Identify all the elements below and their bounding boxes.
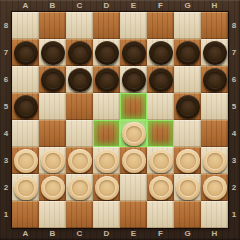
- square-c1[interactable]: [66, 201, 93, 228]
- rank-label: 4: [228, 120, 240, 147]
- piece-dark-d7[interactable]: [95, 41, 119, 65]
- piece-light-h3[interactable]: [203, 149, 227, 173]
- piece-light-b2[interactable]: [41, 176, 65, 200]
- piece-dark-f6[interactable]: [149, 68, 173, 92]
- file-label: F: [147, 228, 174, 240]
- square-d1[interactable]: [93, 201, 120, 228]
- square-f2[interactable]: [147, 174, 174, 201]
- file-label: H: [201, 0, 228, 12]
- piece-light-a2[interactable]: [14, 176, 38, 200]
- square-f1[interactable]: [147, 201, 174, 228]
- piece-dark-g5[interactable]: [176, 95, 200, 119]
- file-label: G: [174, 228, 201, 240]
- square-b8[interactable]: [39, 12, 66, 39]
- file-label: C: [66, 0, 93, 12]
- piece-dark-e6[interactable]: [122, 68, 146, 92]
- square-c6[interactable]: [66, 66, 93, 93]
- square-f6[interactable]: [147, 66, 174, 93]
- rank-labels-left: 87654321: [0, 12, 12, 228]
- piece-light-g2[interactable]: [176, 176, 200, 200]
- square-a6[interactable]: [12, 66, 39, 93]
- square-a2[interactable]: [12, 174, 39, 201]
- square-f4[interactable]: [147, 120, 174, 147]
- file-label: H: [201, 228, 228, 240]
- square-e4[interactable]: [120, 120, 147, 147]
- square-h7[interactable]: [201, 39, 228, 66]
- square-d3[interactable]: [93, 147, 120, 174]
- square-c3[interactable]: [66, 147, 93, 174]
- square-c7[interactable]: [66, 39, 93, 66]
- square-e8[interactable]: [120, 12, 147, 39]
- square-g4[interactable]: [174, 120, 201, 147]
- piece-light-d3[interactable]: [95, 149, 119, 173]
- rank-label: 2: [228, 174, 240, 201]
- file-labels-top: ABCDEFGH: [12, 0, 228, 12]
- square-g2[interactable]: [174, 174, 201, 201]
- square-d6[interactable]: [93, 66, 120, 93]
- square-f3[interactable]: [147, 147, 174, 174]
- square-h8[interactable]: [201, 12, 228, 39]
- piece-dark-a7[interactable]: [14, 41, 38, 65]
- square-b3[interactable]: [39, 147, 66, 174]
- file-label: C: [66, 228, 93, 240]
- square-d2[interactable]: [93, 174, 120, 201]
- piece-light-c2[interactable]: [68, 176, 92, 200]
- square-e1[interactable]: [120, 201, 147, 228]
- file-label: D: [93, 0, 120, 12]
- square-d4[interactable]: [93, 120, 120, 147]
- square-e2[interactable]: [120, 174, 147, 201]
- rank-label: 1: [0, 201, 12, 228]
- piece-light-e3[interactable]: [122, 149, 146, 173]
- square-e3[interactable]: [120, 147, 147, 174]
- rank-label: 5: [228, 93, 240, 120]
- square-c2[interactable]: [66, 174, 93, 201]
- rank-labels-right: 87654321: [228, 12, 240, 228]
- file-label: F: [147, 0, 174, 12]
- rank-label: 4: [0, 120, 12, 147]
- piece-light-h2[interactable]: [203, 176, 227, 200]
- square-d8[interactable]: [93, 12, 120, 39]
- square-b4[interactable]: [39, 120, 66, 147]
- checkers-app-window: ABCDEFGH ABCDEFGH 87654321 87654321: [0, 0, 240, 240]
- file-label: G: [174, 0, 201, 12]
- rank-label: 3: [0, 147, 12, 174]
- square-g1[interactable]: [174, 201, 201, 228]
- square-g5[interactable]: [174, 93, 201, 120]
- square-b7[interactable]: [39, 39, 66, 66]
- rank-label: 7: [0, 39, 12, 66]
- file-label: B: [39, 0, 66, 12]
- square-h1[interactable]: [201, 201, 228, 228]
- square-c4[interactable]: [66, 120, 93, 147]
- square-a8[interactable]: [12, 12, 39, 39]
- piece-light-b3[interactable]: [41, 149, 65, 173]
- square-g7[interactable]: [174, 39, 201, 66]
- piece-dark-h7[interactable]: [203, 41, 227, 65]
- square-e7[interactable]: [120, 39, 147, 66]
- square-c5[interactable]: [66, 93, 93, 120]
- square-a5[interactable]: [12, 93, 39, 120]
- square-b6[interactable]: [39, 66, 66, 93]
- square-h5[interactable]: [201, 93, 228, 120]
- rank-label: 2: [0, 174, 12, 201]
- rank-label: 8: [228, 12, 240, 39]
- square-f7[interactable]: [147, 39, 174, 66]
- file-label: A: [12, 0, 39, 12]
- square-f5[interactable]: [147, 93, 174, 120]
- square-g3[interactable]: [174, 147, 201, 174]
- file-label: A: [12, 228, 39, 240]
- file-label: D: [93, 228, 120, 240]
- square-g6[interactable]: [174, 66, 201, 93]
- rank-label: 1: [228, 201, 240, 228]
- square-h2[interactable]: [201, 174, 228, 201]
- square-e5[interactable]: [120, 93, 147, 120]
- piece-dark-a5[interactable]: [14, 95, 38, 119]
- piece-light-g3[interactable]: [176, 149, 200, 173]
- square-a1[interactable]: [12, 201, 39, 228]
- square-a4[interactable]: [12, 120, 39, 147]
- piece-dark-f7[interactable]: [149, 41, 173, 65]
- piece-dark-c6[interactable]: [68, 68, 92, 92]
- file-label: B: [39, 228, 66, 240]
- rank-label: 6: [228, 66, 240, 93]
- piece-dark-d6[interactable]: [95, 68, 119, 92]
- piece-dark-b6[interactable]: [41, 68, 65, 92]
- square-a7[interactable]: [12, 39, 39, 66]
- rank-label: 6: [0, 66, 12, 93]
- piece-dark-b7[interactable]: [41, 41, 65, 65]
- square-b2[interactable]: [39, 174, 66, 201]
- piece-light-e4[interactable]: [122, 122, 146, 146]
- piece-light-f2[interactable]: [149, 176, 173, 200]
- file-label: E: [120, 0, 147, 12]
- piece-light-d2[interactable]: [95, 176, 119, 200]
- square-c8[interactable]: [66, 12, 93, 39]
- piece-dark-c7[interactable]: [68, 41, 92, 65]
- rank-label: 7: [228, 39, 240, 66]
- piece-dark-e7[interactable]: [122, 41, 146, 65]
- board-frame: ABCDEFGH ABCDEFGH 87654321 87654321: [0, 0, 240, 240]
- square-a3[interactable]: [12, 147, 39, 174]
- square-d7[interactable]: [93, 39, 120, 66]
- rank-label: 3: [228, 147, 240, 174]
- rank-label: 5: [0, 93, 12, 120]
- square-d5[interactable]: [93, 93, 120, 120]
- piece-light-a3[interactable]: [14, 149, 38, 173]
- square-h3[interactable]: [201, 147, 228, 174]
- piece-dark-h6[interactable]: [203, 68, 227, 92]
- square-f8[interactable]: [147, 12, 174, 39]
- board-grid: [12, 12, 228, 228]
- rank-label: 8: [0, 12, 12, 39]
- piece-light-f3[interactable]: [149, 149, 173, 173]
- square-g8[interactable]: [174, 12, 201, 39]
- square-e6[interactable]: [120, 66, 147, 93]
- square-h4[interactable]: [201, 120, 228, 147]
- piece-light-c3[interactable]: [68, 149, 92, 173]
- square-b5[interactable]: [39, 93, 66, 120]
- file-labels-bottom: ABCDEFGH: [12, 228, 228, 240]
- piece-dark-g7[interactable]: [176, 41, 200, 65]
- square-b1[interactable]: [39, 201, 66, 228]
- file-label: E: [120, 228, 147, 240]
- square-h6[interactable]: [201, 66, 228, 93]
